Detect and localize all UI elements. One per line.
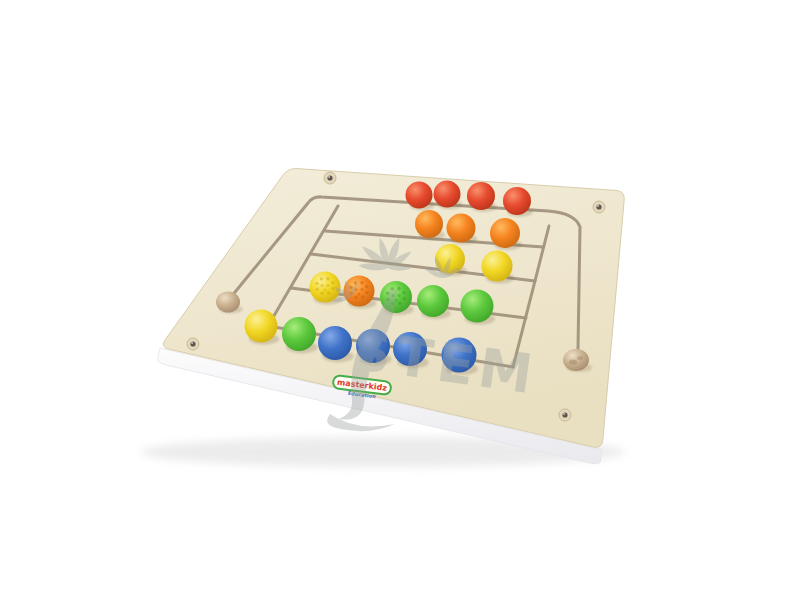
ball-orange[interactable] [447,214,476,243]
wooden-knob[interactable] [563,349,589,371]
corner-screw [593,201,605,213]
ball-green[interactable] [417,285,449,317]
wooden-knob[interactable] [216,292,240,313]
ball-green[interactable] [461,290,494,323]
ball-yellow[interactable] [245,310,278,343]
ball-red[interactable] [503,187,531,215]
ball-blue[interactable] [318,326,352,360]
corner-screw [324,172,336,184]
corner-screw [187,338,199,350]
ball-red[interactable] [406,182,433,209]
toy-board-scene: masterkidz Education [0,0,800,600]
ball-yellow[interactable] [310,272,341,303]
corner-screw [559,409,571,421]
ball-red[interactable] [467,182,495,210]
product-photo-stage: masterkidz Education [0,0,800,600]
ball-green[interactable] [282,317,316,351]
ball-red[interactable] [434,181,461,208]
ball-orange[interactable] [415,210,443,238]
ball-orange[interactable] [490,218,520,248]
ball-yellow[interactable] [482,251,513,282]
